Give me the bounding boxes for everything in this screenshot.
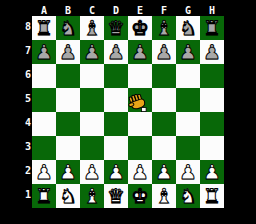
- piece-black-rook[interactable]: ♜: [32, 16, 56, 40]
- square-h6[interactable]: [200, 64, 224, 88]
- square-b1[interactable]: ♞: [56, 184, 80, 208]
- piece-black-pawn[interactable]: ♟: [152, 40, 176, 64]
- square-e7[interactable]: ♟: [128, 40, 152, 64]
- square-h1[interactable]: ♜: [200, 184, 224, 208]
- rank-label-6: 6: [18, 64, 31, 88]
- square-e3[interactable]: [128, 136, 152, 160]
- square-f4[interactable]: [152, 112, 176, 136]
- piece-black-pawn[interactable]: ♟: [80, 40, 104, 64]
- piece-black-pawn[interactable]: ♟: [128, 40, 152, 64]
- square-g2[interactable]: ♟: [176, 160, 200, 184]
- piece-black-pawn[interactable]: ♟: [176, 40, 200, 64]
- hand-cursor: [128, 94, 148, 113]
- piece-white-knight[interactable]: ♞: [56, 184, 80, 208]
- piece-white-pawn[interactable]: ♟: [128, 160, 152, 184]
- square-d6[interactable]: [104, 64, 128, 88]
- piece-black-pawn[interactable]: ♟: [104, 40, 128, 64]
- square-g8[interactable]: ♞: [176, 16, 200, 40]
- square-c7[interactable]: ♟: [80, 40, 104, 64]
- file-label-f: F: [152, 5, 176, 16]
- square-g1[interactable]: ♞: [176, 184, 200, 208]
- piece-white-king[interactable]: ♚: [128, 184, 152, 208]
- piece-white-pawn[interactable]: ♟: [80, 160, 104, 184]
- square-b3[interactable]: [56, 136, 80, 160]
- piece-black-bishop[interactable]: ♝: [80, 16, 104, 40]
- file-label-c: C: [80, 5, 104, 16]
- square-b7[interactable]: ♟: [56, 40, 80, 64]
- square-e1[interactable]: ♚: [128, 184, 152, 208]
- square-b4[interactable]: [56, 112, 80, 136]
- file-label-b: B: [56, 5, 80, 16]
- square-d1[interactable]: ♛: [104, 184, 128, 208]
- file-label-g: G: [176, 5, 200, 16]
- square-e6[interactable]: [128, 64, 152, 88]
- square-g3[interactable]: [176, 136, 200, 160]
- square-c4[interactable]: [80, 112, 104, 136]
- square-f5[interactable]: [152, 88, 176, 112]
- square-c1[interactable]: ♝: [80, 184, 104, 208]
- square-f8[interactable]: ♝: [152, 16, 176, 40]
- square-h4[interactable]: [200, 112, 224, 136]
- file-label-d: D: [104, 5, 128, 16]
- square-d8[interactable]: ♛: [104, 16, 128, 40]
- piece-white-pawn[interactable]: ♟: [176, 160, 200, 184]
- piece-white-rook[interactable]: ♜: [200, 184, 224, 208]
- square-a6[interactable]: [32, 64, 56, 88]
- square-g5[interactable]: [176, 88, 200, 112]
- piece-white-pawn[interactable]: ♟: [32, 160, 56, 184]
- square-a5[interactable]: [32, 88, 56, 112]
- square-h2[interactable]: ♟: [200, 160, 224, 184]
- square-a7[interactable]: ♟: [32, 40, 56, 64]
- square-e8[interactable]: ♚: [128, 16, 152, 40]
- rank-label-3: 3: [18, 136, 31, 160]
- file-label-a: A: [32, 5, 56, 16]
- square-b6[interactable]: [56, 64, 80, 88]
- piece-white-pawn[interactable]: ♟: [104, 160, 128, 184]
- square-g7[interactable]: ♟: [176, 40, 200, 64]
- square-a4[interactable]: [32, 112, 56, 136]
- square-a1[interactable]: ♜: [32, 184, 56, 208]
- piece-white-bishop[interactable]: ♝: [80, 184, 104, 208]
- square-a3[interactable]: [32, 136, 56, 160]
- piece-black-pawn[interactable]: ♟: [32, 40, 56, 64]
- square-b2[interactable]: ♟: [56, 160, 80, 184]
- square-a8[interactable]: ♜: [32, 16, 56, 40]
- square-h8[interactable]: ♜: [200, 16, 224, 40]
- square-c8[interactable]: ♝: [80, 16, 104, 40]
- piece-white-pawn[interactable]: ♟: [152, 160, 176, 184]
- piece-black-rook[interactable]: ♜: [200, 16, 224, 40]
- square-h7[interactable]: ♟: [200, 40, 224, 64]
- file-label-h: H: [200, 5, 224, 16]
- square-c5[interactable]: [80, 88, 104, 112]
- rank-label-8: 8: [18, 16, 31, 40]
- square-f7[interactable]: ♟: [152, 40, 176, 64]
- piece-white-queen[interactable]: ♛: [104, 184, 128, 208]
- rank-label-1: 1: [18, 184, 31, 208]
- square-d2[interactable]: ♟: [104, 160, 128, 184]
- square-f1[interactable]: ♝: [152, 184, 176, 208]
- game-screen: ABCDEFGH 87654321 ♜♞♝♛♚♝♞♜♟♟♟♟♟♟♟♟♟♟♟♟♟♟…: [0, 0, 256, 224]
- square-g6[interactable]: [176, 64, 200, 88]
- square-b8[interactable]: ♞: [56, 16, 80, 40]
- square-h5[interactable]: [200, 88, 224, 112]
- square-d5[interactable]: [104, 88, 128, 112]
- square-e2[interactable]: ♟: [128, 160, 152, 184]
- piece-black-knight[interactable]: ♞: [56, 16, 80, 40]
- square-f6[interactable]: [152, 64, 176, 88]
- square-h3[interactable]: [200, 136, 224, 160]
- piece-white-bishop[interactable]: ♝: [152, 184, 176, 208]
- piece-black-knight[interactable]: ♞: [176, 16, 200, 40]
- file-label-e: E: [128, 5, 152, 16]
- piece-black-pawn[interactable]: ♟: [200, 40, 224, 64]
- square-d3[interactable]: [104, 136, 128, 160]
- piece-black-queen[interactable]: ♛: [104, 16, 128, 40]
- piece-black-king[interactable]: ♚: [128, 16, 152, 40]
- rank-label-4: 4: [18, 112, 31, 136]
- square-c2[interactable]: ♟: [80, 160, 104, 184]
- square-e4[interactable]: [128, 112, 152, 136]
- square-a2[interactable]: ♟: [32, 160, 56, 184]
- square-f2[interactable]: ♟: [152, 160, 176, 184]
- piece-white-pawn[interactable]: ♟: [56, 160, 80, 184]
- square-g4[interactable]: [176, 112, 200, 136]
- square-c3[interactable]: [80, 136, 104, 160]
- rank-label-5: 5: [18, 88, 31, 112]
- square-b5[interactable]: [56, 88, 80, 112]
- square-d4[interactable]: [104, 112, 128, 136]
- piece-white-pawn[interactable]: ♟: [200, 160, 224, 184]
- square-d7[interactable]: ♟: [104, 40, 128, 64]
- square-f3[interactable]: [152, 136, 176, 160]
- square-c6[interactable]: [80, 64, 104, 88]
- piece-black-bishop[interactable]: ♝: [152, 16, 176, 40]
- piece-white-knight[interactable]: ♞: [176, 184, 200, 208]
- rank-label-7: 7: [18, 40, 31, 64]
- piece-black-pawn[interactable]: ♟: [56, 40, 80, 64]
- piece-white-rook[interactable]: ♜: [32, 184, 56, 208]
- rank-label-2: 2: [18, 160, 31, 184]
